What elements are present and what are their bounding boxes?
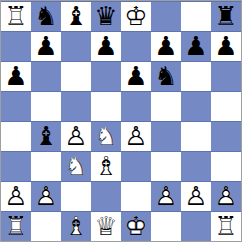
- square-d1[interactable]: ♛♕: [91, 212, 121, 241]
- square-b7[interactable]: ♟: [31, 32, 61, 61]
- square-h8[interactable]: ♜: [211, 2, 241, 31]
- piece-white-pawn: ♟♙: [181, 182, 211, 211]
- piece-white-rook: ♜♖: [211, 212, 241, 241]
- chess-board-container: ♖♞♝♛♔♜♟♟♟♟♟♟♟♞♝♟♙♞♘♟♙♞♘♝♗♟♙♟♙♟♙♟♙♟♙♜♖♝♗♛…: [0, 0, 242, 242]
- piece-black-bishop: ♝: [61, 2, 91, 31]
- square-c8[interactable]: ♝: [61, 2, 91, 31]
- rank-6: ♟♟♞: [1, 61, 241, 91]
- piece-white-pawn: ♟♙: [211, 182, 241, 211]
- square-d4[interactable]: ♞♘: [91, 122, 121, 151]
- square-b1[interactable]: [31, 212, 61, 241]
- piece-black-pawn: ♟: [31, 32, 61, 61]
- square-d6[interactable]: [91, 62, 121, 91]
- piece-glyph: ♟: [211, 32, 241, 61]
- rank-3: ♞♘♝♗: [1, 151, 241, 181]
- square-e4[interactable]: ♟♙: [121, 122, 151, 151]
- square-h7[interactable]: ♟: [211, 32, 241, 61]
- piece-white-pawn: ♟♙: [151, 182, 181, 211]
- square-g8[interactable]: [181, 2, 211, 31]
- piece-white-knight: ♞♘: [61, 152, 91, 181]
- piece-white-rook: ♜♖: [1, 212, 31, 241]
- piece-glyph: ♜: [211, 2, 241, 31]
- square-e6[interactable]: ♟: [121, 62, 151, 91]
- square-c3[interactable]: ♞♘: [61, 152, 91, 181]
- piece-black-pawn: ♟: [91, 32, 121, 61]
- piece-outline: ♖: [211, 212, 241, 241]
- piece-black-queen: ♛: [91, 2, 121, 31]
- piece-black-pawn: ♟: [151, 32, 181, 61]
- piece-outline: ♔: [121, 2, 151, 31]
- piece-outline: ♗: [91, 152, 121, 181]
- piece-white-bishop: ♝♗: [91, 152, 121, 181]
- piece-outline: ♙: [61, 122, 91, 151]
- piece-outline: ♘: [91, 122, 121, 151]
- square-a5[interactable]: [1, 92, 31, 121]
- piece-black-pawn: ♟: [181, 32, 211, 61]
- square-d7[interactable]: ♟: [91, 32, 121, 61]
- square-b8[interactable]: ♞: [31, 2, 61, 31]
- piece-outline: ♙: [31, 182, 61, 211]
- rank-5: [1, 91, 241, 121]
- piece-outline: ♙: [151, 182, 181, 211]
- square-g1[interactable]: [181, 212, 211, 241]
- piece-glyph: ♞: [151, 62, 181, 91]
- piece-outline: ♖: [1, 212, 31, 241]
- piece-white-bishop: ♝♗: [61, 212, 91, 241]
- rank-2: ♟♙♟♙♟♙♟♙♟♙: [1, 181, 241, 211]
- square-h1[interactable]: ♜♖: [211, 212, 241, 241]
- piece-white-pawn: ♟♙: [121, 122, 151, 151]
- square-f5[interactable]: [151, 92, 181, 121]
- square-c1[interactable]: ♝♗: [61, 212, 91, 241]
- square-f1[interactable]: [151, 212, 181, 241]
- square-a1[interactable]: ♜♖: [1, 212, 31, 241]
- square-a7[interactable]: [1, 32, 31, 61]
- piece-white-pawn: ♟♙: [1, 182, 31, 211]
- piece-black-rook: ♜: [211, 2, 241, 31]
- piece-outline: ♙: [1, 182, 31, 211]
- rank-1: ♜♖♝♗♛♕♚♔♜♖: [1, 211, 241, 241]
- square-f4[interactable]: [151, 122, 181, 151]
- square-g2[interactable]: ♟♙: [181, 182, 211, 211]
- rank-8: ♖♞♝♛♔♜: [1, 1, 241, 31]
- piece-outline: ♙: [211, 182, 241, 211]
- piece-black-knight: ♞: [151, 62, 181, 91]
- piece-black-king: ♔: [121, 2, 151, 31]
- square-e5[interactable]: [121, 92, 151, 121]
- piece-glyph: ♝: [61, 2, 91, 31]
- piece-outline: ♔: [121, 212, 151, 241]
- square-d5[interactable]: [91, 92, 121, 121]
- square-c4[interactable]: ♟♙: [61, 122, 91, 151]
- square-e3[interactable]: [121, 152, 151, 181]
- square-a6[interactable]: ♟: [1, 62, 31, 91]
- piece-black-bishop: ♝: [31, 122, 61, 151]
- square-h6[interactable]: [211, 62, 241, 91]
- square-h4[interactable]: [211, 122, 241, 151]
- square-d2[interactable]: [91, 182, 121, 211]
- piece-black-rook: ♖: [1, 2, 31, 31]
- piece-outline: ♘: [61, 152, 91, 181]
- square-e2[interactable]: [121, 182, 151, 211]
- piece-outline: ♗: [61, 212, 91, 241]
- square-f7[interactable]: ♟: [151, 32, 181, 61]
- square-d3[interactable]: ♝♗: [91, 152, 121, 181]
- piece-glyph: ♞: [31, 2, 61, 31]
- square-a8[interactable]: ♖: [1, 2, 31, 31]
- square-b4[interactable]: ♝: [31, 122, 61, 151]
- square-a3[interactable]: [1, 152, 31, 181]
- square-g6[interactable]: [181, 62, 211, 91]
- square-c7[interactable]: [61, 32, 91, 61]
- square-c2[interactable]: [61, 182, 91, 211]
- piece-white-pawn: ♟♙: [31, 182, 61, 211]
- rank-7: ♟♟♟♟♟: [1, 31, 241, 61]
- piece-white-queen: ♛♕: [91, 212, 121, 241]
- square-g5[interactable]: [181, 92, 211, 121]
- square-f6[interactable]: ♞: [151, 62, 181, 91]
- piece-black-pawn: ♟: [1, 62, 31, 91]
- piece-white-knight: ♞♘: [91, 122, 121, 151]
- piece-white-pawn: ♟♙: [61, 122, 91, 151]
- piece-black-knight: ♞: [31, 2, 61, 31]
- square-f3[interactable]: [151, 152, 181, 181]
- piece-outline: ♙: [121, 122, 151, 151]
- square-e8[interactable]: ♔: [121, 2, 151, 31]
- piece-glyph: ♟: [121, 62, 151, 91]
- square-d8[interactable]: ♛: [91, 2, 121, 31]
- piece-glyph: ♝: [31, 122, 61, 151]
- piece-glyph: ♛: [91, 2, 121, 31]
- piece-black-pawn: ♟: [121, 62, 151, 91]
- square-e7[interactable]: [121, 32, 151, 61]
- square-g7[interactable]: ♟: [181, 32, 211, 61]
- square-c5[interactable]: [61, 92, 91, 121]
- square-b2[interactable]: ♟♙: [31, 182, 61, 211]
- square-h3[interactable]: [211, 152, 241, 181]
- square-f8[interactable]: [151, 2, 181, 31]
- square-b3[interactable]: [31, 152, 61, 181]
- square-f2[interactable]: ♟♙: [151, 182, 181, 211]
- square-a4[interactable]: [1, 122, 31, 151]
- square-h2[interactable]: ♟♙: [211, 182, 241, 211]
- square-h5[interactable]: [211, 92, 241, 121]
- piece-glyph: ♟: [181, 32, 211, 61]
- piece-outline: ♕: [91, 212, 121, 241]
- piece-black-pawn: ♟: [211, 32, 241, 61]
- square-b5[interactable]: [31, 92, 61, 121]
- piece-glyph: ♟: [91, 32, 121, 61]
- piece-outline: ♙: [181, 182, 211, 211]
- square-g3[interactable]: [181, 152, 211, 181]
- square-g4[interactable]: [181, 122, 211, 151]
- rank-4: ♝♟♙♞♘♟♙: [1, 121, 241, 151]
- piece-glyph: ♟: [151, 32, 181, 61]
- piece-white-king: ♚♔: [121, 212, 151, 241]
- square-c6[interactable]: [61, 62, 91, 91]
- piece-glyph: ♟: [1, 62, 31, 91]
- square-b6[interactable]: [31, 62, 61, 91]
- square-e1[interactable]: ♚♔: [121, 212, 151, 241]
- chess-board: ♖♞♝♛♔♜♟♟♟♟♟♟♟♞♝♟♙♞♘♟♙♞♘♝♗♟♙♟♙♟♙♟♙♟♙♜♖♝♗♛…: [0, 0, 242, 242]
- square-a2[interactable]: ♟♙: [1, 182, 31, 211]
- piece-outline: ♖: [1, 2, 31, 31]
- piece-glyph: ♟: [31, 32, 61, 61]
